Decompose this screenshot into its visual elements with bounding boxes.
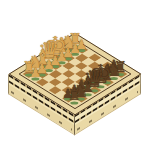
piece-glyph: ♟ bbox=[30, 66, 42, 79]
board-square: ♜ bbox=[68, 98, 81, 106]
chess-set-photo: ♜♟♟♜♞♟♟♞♝♟♟♝♚♟♟♚♛♟♟♛♝♟♟♝♞♟♟♞♜♟♟♜ bbox=[0, 0, 150, 150]
piece-glyph: ♜ bbox=[68, 89, 81, 104]
